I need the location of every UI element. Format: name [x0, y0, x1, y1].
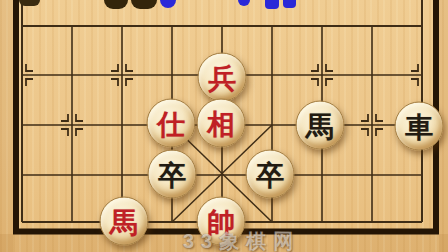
piece-red-advisor-d8[interactable]: 仕 [147, 99, 196, 148]
piece-glyph: 卒 [158, 161, 186, 189]
piece-black-chariot-i8[interactable]: 車 [395, 102, 444, 151]
piece-glyph: 仕 [157, 110, 185, 138]
piece-glyph: 車 [405, 113, 433, 141]
piece-glyph: 兵 [208, 64, 236, 92]
caption-fragment-6 [283, 0, 296, 8]
piece-glyph: 卒 [256, 161, 284, 189]
caption-fragment-5 [265, 0, 279, 9]
xiangqi-board[interactable]: 兵仕相馬車卒卒馬帥 33象棋网 [0, 0, 448, 252]
piece-red-elephant-e8[interactable]: 相 [197, 99, 246, 148]
piece-black-soldier-f9[interactable]: 卒 [246, 150, 295, 199]
piece-black-horse-g8[interactable]: 馬 [296, 101, 345, 150]
caption-fragment-0 [19, 0, 40, 6]
piece-glyph: 相 [207, 110, 235, 138]
piece-black-soldier-d9[interactable]: 卒 [148, 150, 197, 199]
watermark: 33象棋网 [183, 228, 300, 252]
piece-red-horse-c10[interactable]: 馬 [100, 197, 149, 246]
piece-red-soldier-e7[interactable]: 兵 [198, 53, 247, 102]
piece-glyph: 馬 [110, 208, 138, 236]
piece-glyph: 馬 [306, 112, 334, 140]
